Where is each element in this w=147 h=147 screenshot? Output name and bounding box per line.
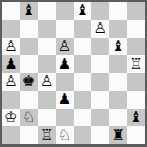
square-f1[interactable]: [91, 126, 109, 144]
square-c1[interactable]: ♖: [38, 126, 56, 144]
square-d3[interactable]: ♟: [56, 91, 74, 109]
square-c7[interactable]: [38, 20, 56, 38]
white-knight: ♘: [22, 109, 35, 124]
white-rook: ♖: [129, 56, 142, 71]
square-a4[interactable]: ♙: [2, 73, 20, 91]
square-g4[interactable]: [109, 73, 127, 91]
square-h3[interactable]: [127, 91, 145, 109]
square-g7[interactable]: [109, 20, 127, 38]
white-pawn: ♙: [58, 38, 71, 53]
square-c4[interactable]: ♙: [38, 73, 56, 91]
square-e3[interactable]: [74, 91, 92, 109]
square-b8[interactable]: ♝: [20, 2, 38, 20]
square-h7[interactable]: [127, 20, 145, 38]
square-b1[interactable]: [20, 126, 38, 144]
square-c8[interactable]: [38, 2, 56, 20]
square-f7[interactable]: ♙: [91, 20, 109, 38]
square-a1[interactable]: [2, 126, 20, 144]
black-pawn: ♟: [58, 56, 71, 71]
square-f5[interactable]: [91, 55, 109, 73]
square-a6[interactable]: ♙: [2, 38, 20, 56]
black-bishop: ♝: [129, 109, 142, 124]
square-d2[interactable]: [56, 109, 74, 127]
square-a3[interactable]: [2, 91, 20, 109]
black-bishop: ♝: [76, 3, 89, 18]
square-g3[interactable]: [109, 91, 127, 109]
white-pawn: ♙: [4, 74, 17, 89]
black-bishop: ♝: [111, 38, 124, 53]
square-a8[interactable]: [2, 2, 20, 20]
square-b2[interactable]: ♘: [20, 109, 38, 127]
black-pawn: ♟: [58, 92, 71, 107]
square-g8[interactable]: [109, 2, 127, 20]
square-f6[interactable]: [91, 38, 109, 56]
square-e1[interactable]: [74, 126, 92, 144]
square-e5[interactable]: [74, 55, 92, 73]
square-f3[interactable]: [91, 91, 109, 109]
square-g1[interactable]: ♜: [109, 126, 127, 144]
square-h6[interactable]: [127, 38, 145, 56]
square-g5[interactable]: [109, 55, 127, 73]
square-d5[interactable]: ♟: [56, 55, 74, 73]
black-bishop: ♝: [22, 3, 35, 18]
square-b4[interactable]: ♚: [20, 73, 38, 91]
square-h1[interactable]: [127, 126, 145, 144]
square-e6[interactable]: [74, 38, 92, 56]
square-b6[interactable]: [20, 38, 38, 56]
square-a7[interactable]: [2, 20, 20, 38]
square-h4[interactable]: [127, 73, 145, 91]
square-c5[interactable]: [38, 55, 56, 73]
square-c6[interactable]: [38, 38, 56, 56]
black-king: ♚: [22, 74, 35, 89]
square-d7[interactable]: [56, 20, 74, 38]
white-king: ♔: [4, 109, 17, 124]
square-b7[interactable]: [20, 20, 38, 38]
square-d8[interactable]: [56, 2, 74, 20]
white-knight: ♘: [58, 127, 71, 142]
square-b5[interactable]: [20, 55, 38, 73]
board-frame: ♝♝♙♙♙♝♟♟♖♙♚♙♟♔♘♝♖♘♜: [0, 0, 147, 147]
black-rook: ♜: [111, 127, 124, 142]
square-g2[interactable]: [109, 109, 127, 127]
square-d4[interactable]: [56, 73, 74, 91]
white-pawn: ♙: [40, 74, 53, 89]
square-a5[interactable]: ♟: [2, 55, 20, 73]
square-e7[interactable]: [74, 20, 92, 38]
black-pawn: ♟: [4, 56, 17, 71]
square-f8[interactable]: [91, 2, 109, 20]
square-c3[interactable]: [38, 91, 56, 109]
square-c2[interactable]: [38, 109, 56, 127]
square-b3[interactable]: [20, 91, 38, 109]
square-e8[interactable]: ♝: [74, 2, 92, 20]
square-h5[interactable]: ♖: [127, 55, 145, 73]
white-pawn: ♙: [4, 38, 17, 53]
square-f4[interactable]: [91, 73, 109, 91]
square-g6[interactable]: ♝: [109, 38, 127, 56]
square-a2[interactable]: ♔: [2, 109, 20, 127]
white-rook: ♖: [40, 127, 53, 142]
square-e2[interactable]: [74, 109, 92, 127]
square-d1[interactable]: ♘: [56, 126, 74, 144]
white-pawn: ♙: [94, 21, 107, 36]
square-e4[interactable]: [74, 73, 92, 91]
square-h8[interactable]: [127, 2, 145, 20]
chess-board: ♝♝♙♙♙♝♟♟♖♙♚♙♟♔♘♝♖♘♜: [2, 2, 145, 144]
square-d6[interactable]: ♙: [56, 38, 74, 56]
square-f2[interactable]: [91, 109, 109, 127]
square-h2[interactable]: ♝: [127, 109, 145, 127]
